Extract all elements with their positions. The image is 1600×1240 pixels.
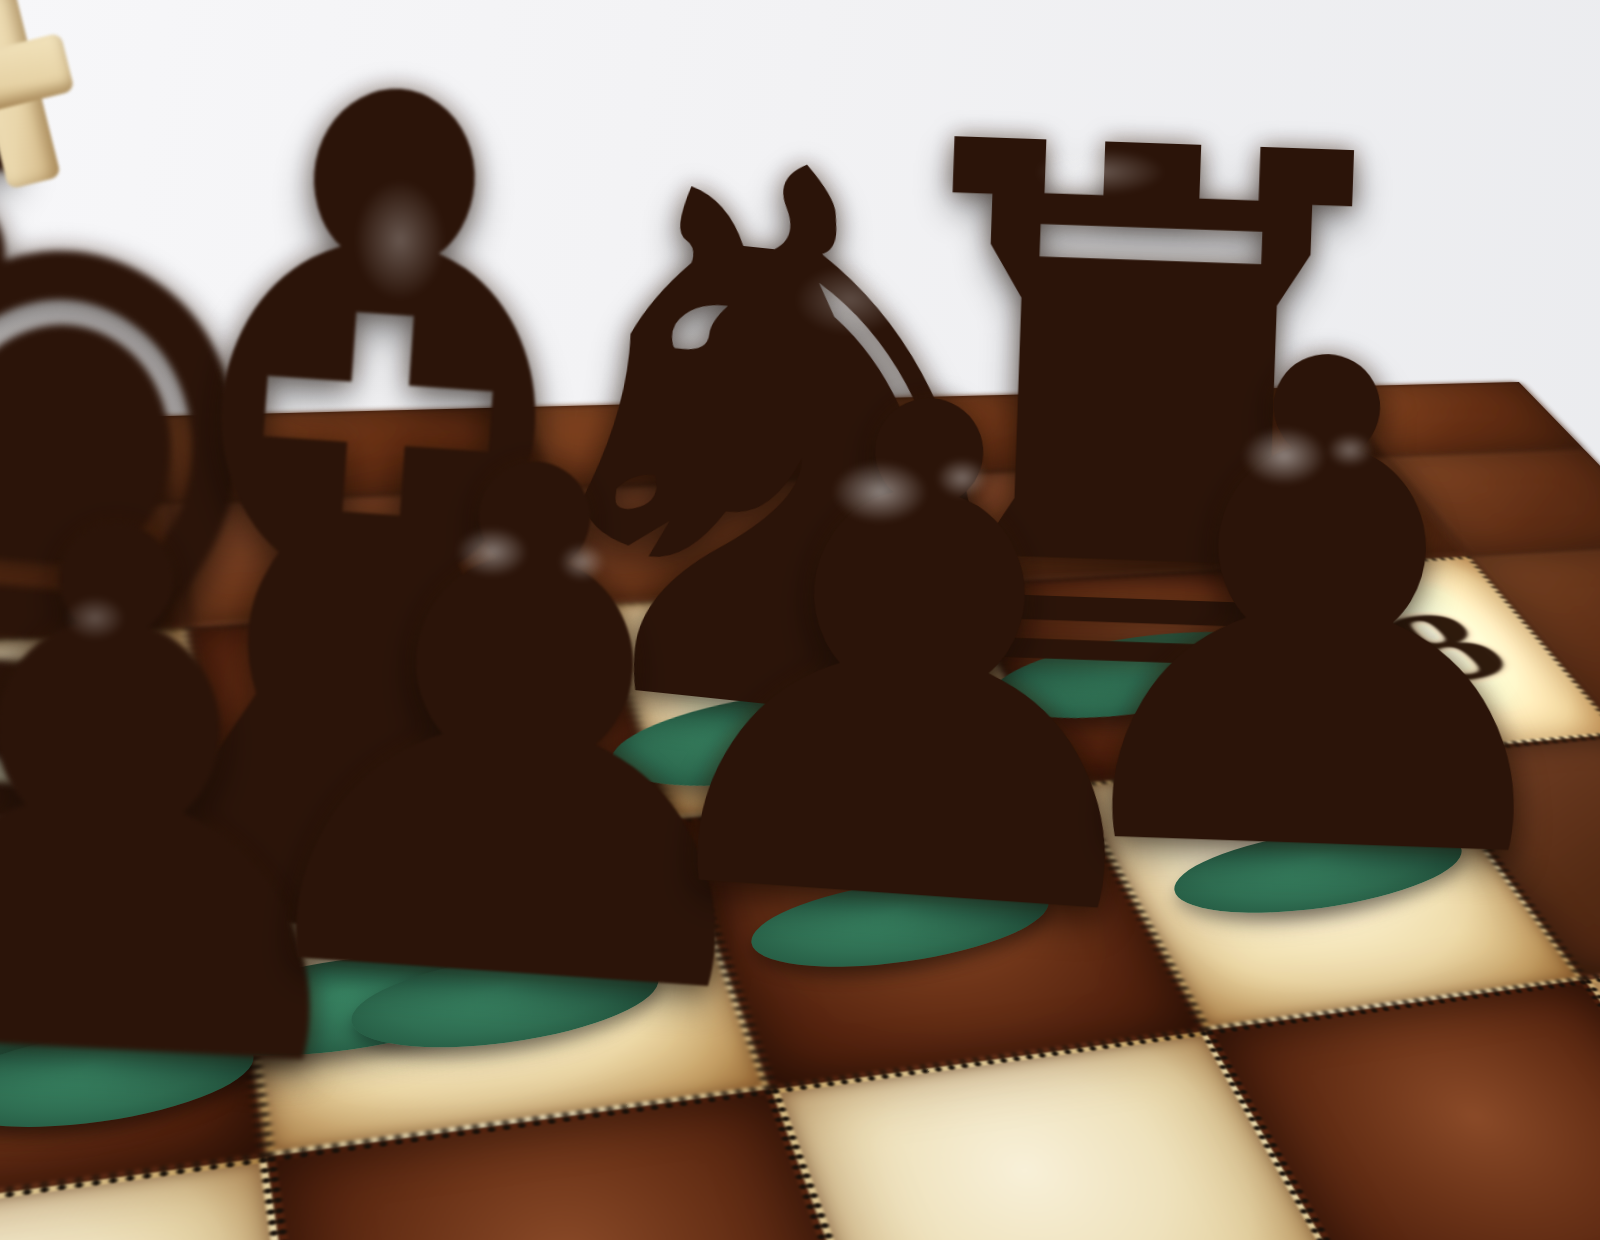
- specular-glint: [1035, 149, 1165, 195]
- specular-glint: [795, 265, 905, 335]
- specular-glint: [355, 180, 445, 300]
- piece-black-pawn-h7: ♟: [1008, 266, 1600, 957]
- specular-glint: [559, 543, 605, 581]
- specular-glint: [1327, 433, 1373, 467]
- specular-glint: [936, 458, 988, 498]
- specular-glint: [456, 527, 528, 577]
- specular-glint: [833, 461, 928, 523]
- chessboard-photo-scene: 8 ♚♝♞♜♟♟♟♟: [0, 0, 1600, 1240]
- specular-glint: [65, 596, 125, 640]
- specular-glint: [1242, 427, 1326, 485]
